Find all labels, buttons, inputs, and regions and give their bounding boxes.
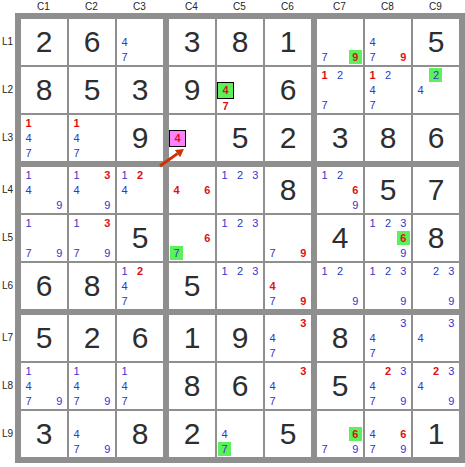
candidate-grid: 347 (265, 315, 311, 361)
solved-digit: 6 (117, 315, 163, 361)
candidate-grid: 129 (317, 263, 363, 309)
solved-digit: 6 (21, 263, 67, 309)
candidate-9[interactable]: 9 (101, 246, 114, 260)
candidate-4[interactable]: 4 (70, 427, 83, 441)
candidate-9[interactable]: 9 (397, 394, 410, 408)
candidate-grid: 479 (365, 19, 411, 65)
solved-digit: 2 (69, 315, 115, 361)
cell-L3C9[interactable]: 6 (413, 115, 459, 161)
candidate-2[interactable]: 2 (381, 68, 394, 82)
cell-L1C2[interactable]: 6 (69, 19, 115, 65)
cell-L4C8[interactable]: 5 (365, 167, 411, 213)
candidate-7[interactable]: 7 (266, 246, 279, 260)
candidate-7[interactable]: 7 (22, 394, 35, 408)
candidate-grid: 479 (265, 263, 311, 309)
candidate-6[interactable]: 6 (201, 231, 214, 245)
cell-L7C5[interactable]: 9 (217, 315, 263, 361)
candidate-9[interactable]: 9 (445, 294, 458, 308)
solved-digit: 5 (21, 315, 67, 361)
solved-digit: 3 (117, 67, 163, 113)
cell-L6C3[interactable]: 1247 (117, 263, 163, 309)
candidate-7[interactable]: 7 (70, 394, 83, 408)
column-label-C9: C9 (429, 1, 442, 12)
candidate-grid: 1349 (69, 167, 115, 213)
cell-L5C9[interactable]: 8 (413, 215, 459, 261)
candidate-7[interactable]: 7 (218, 442, 231, 456)
candidate-2[interactable]: 2 (429, 68, 442, 82)
solved-digit: 5 (413, 19, 459, 65)
candidate-grid: 127 (317, 67, 363, 113)
column-label-C2: C2 (85, 1, 98, 12)
cell-L3C8[interactable]: 8 (365, 115, 411, 161)
candidate-4[interactable]: 4 (22, 131, 35, 145)
candidate-7[interactable]: 7 (70, 442, 83, 456)
solved-digit: 8 (21, 67, 67, 113)
candidate-7[interactable]: 7 (118, 50, 131, 64)
candidate-3[interactable]: 3 (249, 168, 262, 182)
cell-L3C1[interactable]: 147 (21, 115, 67, 161)
solved-digit: 5 (169, 263, 215, 309)
cell-L3C6[interactable]: 2 (265, 115, 311, 161)
cell-L4C7[interactable]: 1269 (317, 167, 363, 213)
candidate-4[interactable]: 4 (218, 427, 231, 441)
candidate-2[interactable]: 2 (333, 264, 346, 278)
cell-L4C1[interactable]: 149 (21, 167, 67, 213)
candidate-1[interactable]: 1 (318, 264, 331, 278)
solved-digit: 5 (265, 411, 311, 457)
solved-digit: 9 (169, 67, 215, 113)
candidate-9[interactable]: 9 (349, 442, 362, 456)
candidate-9[interactable]: 9 (101, 442, 114, 456)
candidate-grid: 1479 (69, 363, 115, 409)
candidate-4[interactable]: 4 (266, 279, 279, 293)
cell-L5C7[interactable]: 4 (317, 215, 363, 261)
candidate-grid: 347 (265, 363, 311, 409)
cell-L5C1[interactable]: 179 (21, 215, 67, 261)
column-label-C4: C4 (185, 1, 198, 12)
candidate-4[interactable]: 4 (366, 83, 379, 97)
solved-digit: 4 (317, 215, 363, 261)
candidate-grid: 1269 (317, 167, 363, 213)
candidate-2[interactable]: 2 (381, 264, 394, 278)
candidate-2[interactable]: 2 (381, 364, 394, 378)
candidate-1[interactable]: 1 (366, 264, 379, 278)
cell-L4C5[interactable]: 123 (217, 167, 263, 213)
candidate-grid: 123 (217, 263, 263, 309)
row-label-L1: L1 (2, 36, 13, 47)
candidate-4[interactable]: 4 (366, 427, 379, 441)
candidate-9[interactable]: 9 (53, 394, 66, 408)
cell-L2C9[interactable]: 24 (413, 67, 459, 113)
candidate-7[interactable]: 7 (118, 294, 131, 308)
cell-L2C5[interactable]: 47 (217, 67, 263, 113)
candidate-2[interactable]: 2 (133, 168, 146, 182)
candidate-1[interactable]: 1 (22, 364, 35, 378)
solved-digit: 8 (317, 315, 363, 361)
candidate-7[interactable]: 7 (366, 98, 379, 112)
cell-L2C4[interactable]: 9 (169, 67, 215, 113)
cell-L3C3[interactable]: 9 (117, 115, 163, 161)
candidate-3[interactable]: 3 (445, 364, 458, 378)
column-label-C6: C6 (281, 1, 294, 12)
candidate-9[interactable]: 9 (53, 246, 66, 260)
cell-L2C8[interactable]: 1247 (365, 67, 411, 113)
cell-L2C2[interactable]: 5 (69, 67, 115, 113)
candidate-grid: 147 (117, 363, 163, 409)
cell-L7C4[interactable]: 1 (169, 315, 215, 361)
candidate-grid: 123 (217, 167, 263, 213)
cell-L9C5[interactable]: 47 (217, 411, 263, 457)
candidate-9[interactable]: 9 (397, 442, 410, 456)
candidate-grid: 67 (169, 215, 215, 261)
candidate-grid: 12369 (365, 215, 411, 261)
cell-L1C3[interactable]: 47 (117, 19, 163, 65)
cell-L9C3[interactable]: 8 (117, 411, 163, 457)
candidate-2[interactable]: 2 (233, 216, 246, 230)
solved-digit: 1 (169, 315, 215, 361)
solved-digit: 2 (265, 115, 311, 161)
candidate-grid: 147 (69, 115, 115, 161)
candidate-7[interactable]: 7 (366, 50, 379, 64)
cell-L1C5[interactable]: 8 (217, 19, 263, 65)
cell-L5C4[interactable]: 67 (169, 215, 215, 261)
cell-L9C1[interactable]: 3 (21, 411, 67, 457)
cell-L8C5[interactable]: 6 (217, 363, 263, 409)
cell-L6C2[interactable]: 8 (69, 263, 115, 309)
column-label-C1: C1 (37, 1, 50, 12)
candidate-7[interactable]: 7 (22, 246, 35, 260)
candidate-4[interactable]: 4 (169, 130, 186, 147)
row-label-L2: L2 (2, 84, 13, 95)
cell-L6C4[interactable]: 5 (169, 263, 215, 309)
cell-L3C7[interactable]: 3 (317, 115, 363, 161)
candidate-1[interactable]: 1 (22, 168, 35, 182)
cell-L9C7[interactable]: 679 (317, 411, 363, 457)
cell-L1C1[interactable]: 2 (21, 19, 67, 65)
candidate-4[interactable]: 4 (70, 379, 83, 393)
candidate-3[interactable]: 3 (397, 364, 410, 378)
solved-digit: 8 (265, 167, 311, 213)
candidate-grid: 1247 (365, 67, 411, 113)
candidate-4[interactable]: 4 (70, 131, 83, 145)
cell-L7C9[interactable]: 34 (413, 315, 459, 361)
candidate-grid: 46 (169, 167, 215, 213)
cell-L4C6[interactable]: 8 (265, 167, 311, 213)
candidate-9[interactable]: 9 (101, 394, 114, 408)
candidate-1[interactable]: 1 (218, 168, 231, 182)
candidate-1[interactable]: 1 (218, 216, 231, 230)
solved-digit: 7 (413, 167, 459, 213)
solved-digit: 5 (117, 215, 163, 261)
cell-L6C9[interactable]: 239 (413, 263, 459, 309)
cell-L8C7[interactable]: 5 (317, 363, 363, 409)
candidate-2[interactable]: 2 (333, 68, 346, 82)
candidate-1[interactable]: 1 (218, 264, 231, 278)
candidate-7[interactable]: 7 (366, 346, 379, 360)
row-label-L3: L3 (2, 132, 13, 143)
candidate-9[interactable]: 9 (297, 294, 310, 308)
candidate-6[interactable]: 6 (397, 231, 410, 245)
candidate-4[interactable]: 4 (118, 35, 131, 49)
candidate-4[interactable]: 4 (118, 183, 131, 197)
cell-L7C2[interactable]: 2 (69, 315, 115, 361)
solved-digit: 6 (217, 363, 263, 409)
cell-L5C5[interactable]: 123 (217, 215, 263, 261)
candidate-grid: 347 (365, 315, 411, 361)
candidate-4[interactable]: 4 (366, 35, 379, 49)
candidate-7[interactable]: 7 (266, 294, 279, 308)
candidate-4[interactable]: 4 (266, 379, 279, 393)
cell-L7C8[interactable]: 347 (365, 315, 411, 361)
candidate-9[interactable]: 9 (349, 50, 362, 64)
cell-L9C4[interactable]: 2 (169, 411, 215, 457)
candidate-7[interactable]: 7 (366, 394, 379, 408)
candidate-3[interactable]: 3 (445, 264, 458, 278)
candidate-1[interactable]: 1 (118, 168, 131, 182)
cell-L6C5[interactable]: 123 (217, 263, 263, 309)
candidate-2[interactable]: 2 (381, 216, 394, 230)
candidate-grid: 47 (217, 67, 263, 113)
row-label-L6: L6 (2, 280, 13, 291)
cell-L8C8[interactable]: 23479 (365, 363, 411, 409)
cell-L6C7[interactable]: 129 (317, 263, 363, 309)
candidate-1[interactable]: 1 (118, 364, 131, 378)
candidate-4[interactable]: 4 (366, 379, 379, 393)
candidate-grid: 4 (169, 115, 215, 161)
candidate-6[interactable]: 6 (201, 183, 214, 197)
cell-L8C4[interactable]: 8 (169, 363, 215, 409)
candidate-4[interactable]: 4 (118, 379, 131, 393)
candidate-1[interactable]: 1 (118, 264, 131, 278)
cell-L7C6[interactable]: 347 (265, 315, 311, 361)
candidate-1[interactable]: 1 (70, 116, 83, 130)
cell-L6C6[interactable]: 479 (265, 263, 311, 309)
candidate-4[interactable]: 4 (414, 83, 427, 97)
candidate-grid: 47 (117, 19, 163, 65)
solved-digit: 8 (69, 263, 115, 309)
cell-L2C1[interactable]: 8 (21, 67, 67, 113)
cell-L8C6[interactable]: 347 (265, 363, 311, 409)
candidate-4[interactable]: 4 (217, 82, 234, 99)
candidate-7[interactable]: 7 (366, 442, 379, 456)
candidate-grid: 4679 (365, 411, 411, 457)
candidate-3[interactable]: 3 (297, 316, 310, 330)
cell-L3C4[interactable]: 4 (169, 115, 215, 161)
solved-digit: 2 (169, 411, 215, 457)
candidate-4[interactable]: 4 (22, 183, 35, 197)
candidate-3[interactable]: 3 (249, 264, 262, 278)
column-label-C8: C8 (381, 1, 394, 12)
candidate-7[interactable]: 7 (318, 50, 331, 64)
candidate-9[interactable]: 9 (397, 294, 410, 308)
cell-L4C4[interactable]: 46 (169, 167, 215, 213)
candidate-grid: 23479 (365, 363, 411, 409)
cell-L7C7[interactable]: 8 (317, 315, 363, 361)
candidate-3[interactable]: 3 (249, 216, 262, 230)
candidate-grid: 124 (117, 167, 163, 213)
candidate-3[interactable]: 3 (397, 316, 410, 330)
candidate-1[interactable]: 1 (70, 364, 83, 378)
candidate-7[interactable]: 7 (170, 246, 183, 260)
solved-digit: 8 (413, 215, 459, 261)
candidate-9[interactable]: 9 (397, 246, 410, 260)
candidate-grid: 34 (413, 315, 459, 361)
candidate-9[interactable]: 9 (101, 198, 114, 212)
column-label-C5: C5 (233, 1, 246, 12)
candidate-4[interactable]: 4 (70, 183, 83, 197)
solved-digit: 8 (365, 115, 411, 161)
candidate-4[interactable]: 4 (266, 331, 279, 345)
column-label-C7: C7 (333, 1, 346, 12)
candidate-3[interactable]: 3 (397, 216, 410, 230)
candidate-grid: 179 (21, 215, 67, 261)
candidate-9[interactable]: 9 (349, 294, 362, 308)
candidate-3[interactable]: 3 (101, 216, 114, 230)
cell-L5C6[interactable]: 79 (265, 215, 311, 261)
candidate-9[interactable]: 9 (445, 394, 458, 408)
cell-L8C9[interactable]: 2349 (413, 363, 459, 409)
cell-L8C1[interactable]: 1479 (21, 363, 67, 409)
candidate-4[interactable]: 4 (22, 379, 35, 393)
cell-L1C8[interactable]: 479 (365, 19, 411, 65)
cell-L1C9[interactable]: 5 (413, 19, 459, 65)
candidate-grid: 479 (69, 411, 115, 457)
candidate-4[interactable]: 4 (414, 379, 427, 393)
row-label-L4: L4 (2, 184, 13, 195)
candidate-4[interactable]: 4 (170, 183, 183, 197)
candidate-grid: 123 (217, 215, 263, 261)
candidate-4[interactable]: 4 (366, 331, 379, 345)
solved-digit: 5 (317, 363, 363, 409)
cell-L2C3[interactable]: 3 (117, 67, 163, 113)
solved-digit: 8 (117, 411, 163, 457)
cell-L5C3[interactable]: 5 (117, 215, 163, 261)
candidate-1[interactable]: 1 (70, 216, 83, 230)
row-label-L8: L8 (2, 380, 13, 391)
solved-digit: 3 (169, 19, 215, 65)
candidate-4[interactable]: 4 (414, 331, 427, 345)
candidate-7[interactable]: 7 (318, 442, 331, 456)
candidate-grid: 149 (21, 167, 67, 213)
cell-L2C6[interactable]: 6 (265, 67, 311, 113)
candidate-7[interactable]: 7 (118, 394, 131, 408)
cell-L4C9[interactable]: 7 (413, 167, 459, 213)
solved-digit: 5 (365, 167, 411, 213)
cell-L9C2[interactable]: 479 (69, 411, 115, 457)
candidate-9[interactable]: 9 (53, 198, 66, 212)
candidate-2[interactable]: 2 (233, 168, 246, 182)
cell-L7C3[interactable]: 6 (117, 315, 163, 361)
solved-digit: 9 (217, 315, 263, 361)
sudoku-board: 2647381794795853947612712472414714794523… (15, 13, 465, 463)
cell-L9C6[interactable]: 5 (265, 411, 311, 457)
candidate-7[interactable]: 7 (266, 346, 279, 360)
candidate-6[interactable]: 6 (349, 427, 362, 441)
solved-digit: 8 (169, 363, 215, 409)
candidate-grid: 79 (317, 19, 363, 65)
candidate-7[interactable]: 7 (70, 146, 83, 160)
candidate-2[interactable]: 2 (233, 264, 246, 278)
candidate-7[interactable]: 7 (70, 246, 83, 260)
candidate-9[interactable]: 9 (297, 246, 310, 260)
solved-digit: 9 (117, 115, 163, 161)
cell-L4C3[interactable]: 124 (117, 167, 163, 213)
solved-digit: 3 (21, 411, 67, 457)
candidate-grid: 1247 (117, 263, 163, 309)
solved-digit: 2 (21, 19, 67, 65)
candidate-3[interactable]: 3 (397, 264, 410, 278)
solved-digit: 1 (265, 19, 311, 65)
candidate-1[interactable]: 1 (366, 68, 379, 82)
candidate-grid: 47 (217, 411, 263, 457)
solved-digit: 3 (317, 115, 363, 161)
candidate-grid: 147 (21, 115, 67, 161)
cell-L1C6[interactable]: 1 (265, 19, 311, 65)
cell-L3C5[interactable]: 5 (217, 115, 263, 161)
candidate-2[interactable]: 2 (333, 168, 346, 182)
candidate-4[interactable]: 4 (118, 279, 131, 293)
cell-L9C8[interactable]: 4679 (365, 411, 411, 457)
candidate-1[interactable]: 1 (70, 168, 83, 182)
row-label-L7: L7 (2, 332, 13, 343)
cell-L6C8[interactable]: 1239 (365, 263, 411, 309)
candidate-grid: 1379 (69, 215, 115, 261)
candidate-3[interactable]: 3 (297, 364, 310, 378)
cell-L8C2[interactable]: 1479 (69, 363, 115, 409)
candidate-7[interactable]: 7 (22, 146, 35, 160)
candidate-3[interactable]: 3 (445, 316, 458, 330)
candidate-grid: 1479 (21, 363, 67, 409)
cell-L4C2[interactable]: 1349 (69, 167, 115, 213)
cell-L5C2[interactable]: 1379 (69, 215, 115, 261)
candidate-9[interactable]: 9 (397, 50, 410, 64)
candidate-2[interactable]: 2 (429, 264, 442, 278)
candidate-7[interactable]: 7 (266, 394, 279, 408)
cell-L2C7[interactable]: 127 (317, 67, 363, 113)
candidate-grid: 1239 (365, 263, 411, 309)
cell-L5C8[interactable]: 12369 (365, 215, 411, 261)
solved-digit: 1 (413, 411, 459, 457)
candidate-7[interactable]: 7 (219, 99, 232, 113)
cell-L1C7[interactable]: 79 (317, 19, 363, 65)
row-label-L9: L9 (2, 428, 13, 439)
solved-digit: 6 (413, 115, 459, 161)
cell-L6C1[interactable]: 6 (21, 263, 67, 309)
column-label-C3: C3 (133, 1, 146, 12)
candidate-1[interactable]: 1 (318, 168, 331, 182)
candidate-7[interactable]: 7 (318, 98, 331, 112)
candidate-1[interactable]: 1 (22, 116, 35, 130)
candidate-1[interactable]: 1 (318, 68, 331, 82)
candidate-6[interactable]: 6 (397, 427, 410, 441)
candidate-grid: 679 (317, 411, 363, 457)
candidate-grid: 2349 (413, 363, 459, 409)
candidate-9[interactable]: 9 (349, 198, 362, 212)
row-label-L5: L5 (2, 232, 13, 243)
candidate-1[interactable]: 1 (22, 216, 35, 230)
candidate-2[interactable]: 2 (429, 364, 442, 378)
cell-L8C3[interactable]: 147 (117, 363, 163, 409)
cell-L3C2[interactable]: 147 (69, 115, 115, 161)
candidate-3[interactable]: 3 (101, 168, 114, 182)
solved-digit: 5 (69, 67, 115, 113)
cell-L9C9[interactable]: 1 (413, 411, 459, 457)
cell-L1C4[interactable]: 3 (169, 19, 215, 65)
candidate-1[interactable]: 1 (366, 216, 379, 230)
candidate-6[interactable]: 6 (349, 183, 362, 197)
cell-L7C1[interactable]: 5 (21, 315, 67, 361)
candidate-2[interactable]: 2 (133, 264, 146, 278)
